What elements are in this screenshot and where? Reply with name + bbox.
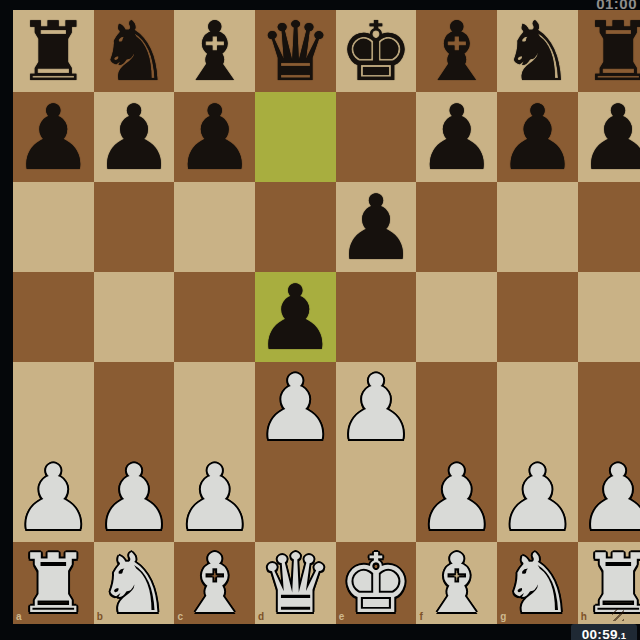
black-bishop-c8[interactable]: ♝ bbox=[178, 11, 252, 93]
square-f6[interactable] bbox=[416, 182, 497, 272]
white-knight-g1[interactable]: ♞ bbox=[501, 543, 575, 625]
square-g1[interactable]: g♞ bbox=[497, 542, 578, 624]
white-rook-a1[interactable]: ♜ bbox=[17, 543, 91, 625]
square-f7[interactable]: ♟ bbox=[416, 92, 497, 182]
chess-board: ♜♞♝♛♚♝♞8♜♟♟♟♟♟7♟♟6♟5♟♟43♟♟♟♟♟2♟a♜b♞c♝d♛e… bbox=[13, 10, 625, 622]
square-a2[interactable]: ♟ bbox=[13, 452, 94, 542]
square-e5[interactable] bbox=[336, 272, 417, 362]
square-e1[interactable]: e♚ bbox=[336, 542, 417, 624]
square-e4[interactable]: ♟ bbox=[336, 362, 417, 452]
black-knight-b8[interactable]: ♞ bbox=[97, 11, 171, 93]
square-h5[interactable]: 5 bbox=[578, 272, 640, 362]
square-f8[interactable]: ♝ bbox=[416, 10, 497, 92]
clock-white: 00:59.1 bbox=[571, 624, 637, 640]
board-resize-handle-icon[interactable] bbox=[612, 609, 624, 621]
square-g4[interactable] bbox=[497, 362, 578, 452]
square-e2[interactable] bbox=[336, 452, 417, 542]
square-d6[interactable] bbox=[255, 182, 336, 272]
square-c6[interactable] bbox=[174, 182, 255, 272]
white-rook-h1[interactable]: ♜ bbox=[581, 543, 640, 625]
square-e6[interactable]: ♟ bbox=[336, 182, 417, 272]
black-rook-a8[interactable]: ♜ bbox=[17, 11, 91, 93]
square-c5[interactable] bbox=[174, 272, 255, 362]
square-a8[interactable]: ♜ bbox=[13, 10, 94, 92]
square-f2[interactable]: ♟ bbox=[416, 452, 497, 542]
square-c4[interactable] bbox=[174, 362, 255, 452]
square-a6[interactable] bbox=[13, 182, 94, 272]
game-screen: 01:00 ♜♞♝♛♚♝♞8♜♟♟♟♟♟7♟♟6♟5♟♟43♟♟♟♟♟2♟a♜b… bbox=[0, 0, 640, 640]
square-d8[interactable]: ♛ bbox=[255, 10, 336, 92]
black-rook-h8[interactable]: ♜ bbox=[581, 11, 640, 93]
black-pawn-f7[interactable]: ♟ bbox=[416, 93, 497, 183]
square-e7[interactable] bbox=[336, 92, 417, 182]
black-king-e8[interactable]: ♚ bbox=[339, 11, 413, 93]
square-f5[interactable] bbox=[416, 272, 497, 362]
square-h7[interactable]: 7♟ bbox=[578, 92, 640, 182]
square-b1[interactable]: b♞ bbox=[94, 542, 175, 624]
black-pawn-h7[interactable]: ♟ bbox=[578, 93, 640, 183]
square-c2[interactable]: ♟ bbox=[174, 452, 255, 542]
clock-white-tenths: .1 bbox=[618, 630, 627, 640]
white-knight-b1[interactable]: ♞ bbox=[97, 543, 171, 625]
square-g2[interactable]: ♟ bbox=[497, 452, 578, 542]
square-f4[interactable] bbox=[416, 362, 497, 452]
square-e8[interactable]: ♚ bbox=[336, 10, 417, 92]
black-queen-d8[interactable]: ♛ bbox=[259, 11, 333, 93]
black-pawn-c7[interactable]: ♟ bbox=[174, 93, 255, 183]
square-h4[interactable]: 4 bbox=[578, 362, 640, 452]
square-h2[interactable]: 2♟ bbox=[578, 452, 640, 542]
white-pawn-h2[interactable]: ♟ bbox=[578, 453, 640, 543]
white-pawn-c2[interactable]: ♟ bbox=[174, 453, 255, 543]
square-a5[interactable] bbox=[13, 272, 94, 362]
white-queen-d1[interactable]: ♛ bbox=[259, 543, 333, 625]
square-a4[interactable] bbox=[13, 362, 94, 452]
square-b5[interactable] bbox=[94, 272, 175, 362]
square-a7[interactable]: ♟ bbox=[13, 92, 94, 182]
square-d2[interactable] bbox=[255, 452, 336, 542]
black-pawn-e6[interactable]: ♟ bbox=[336, 183, 417, 273]
square-d1[interactable]: d♛ bbox=[255, 542, 336, 624]
clock-white-main: 00:59 bbox=[582, 627, 618, 640]
black-pawn-a7[interactable]: ♟ bbox=[13, 93, 94, 183]
square-c1[interactable]: c♝ bbox=[174, 542, 255, 624]
white-pawn-d4[interactable]: ♟ bbox=[255, 363, 336, 453]
white-pawn-b2[interactable]: ♟ bbox=[94, 453, 175, 543]
black-pawn-d5[interactable]: ♟ bbox=[255, 273, 336, 363]
square-b8[interactable]: ♞ bbox=[94, 10, 175, 92]
square-h6[interactable]: 6 bbox=[578, 182, 640, 272]
square-d7[interactable] bbox=[255, 92, 336, 182]
square-f1[interactable]: f♝ bbox=[416, 542, 497, 624]
square-a1[interactable]: a♜ bbox=[13, 542, 94, 624]
black-bishop-f8[interactable]: ♝ bbox=[420, 11, 494, 93]
square-d5[interactable]: ♟ bbox=[255, 272, 336, 362]
white-pawn-g2[interactable]: ♟ bbox=[497, 453, 578, 543]
black-knight-g8[interactable]: ♞ bbox=[501, 11, 575, 93]
white-king-e1[interactable]: ♚ bbox=[339, 543, 413, 625]
square-b4[interactable] bbox=[94, 362, 175, 452]
square-g8[interactable]: ♞ bbox=[497, 10, 578, 92]
white-pawn-a2[interactable]: ♟ bbox=[13, 453, 94, 543]
square-b6[interactable] bbox=[94, 182, 175, 272]
white-pawn-e4[interactable]: ♟ bbox=[336, 363, 417, 453]
square-b7[interactable]: ♟ bbox=[94, 92, 175, 182]
white-bishop-f1[interactable]: ♝ bbox=[420, 543, 494, 625]
black-pawn-b7[interactable]: ♟ bbox=[94, 93, 175, 183]
white-bishop-c1[interactable]: ♝ bbox=[178, 543, 252, 625]
square-g5[interactable] bbox=[497, 272, 578, 362]
square-g6[interactable] bbox=[497, 182, 578, 272]
square-d4[interactable]: ♟ bbox=[255, 362, 336, 452]
black-pawn-g7[interactable]: ♟ bbox=[497, 93, 578, 183]
square-h8[interactable]: 8♜ bbox=[578, 10, 640, 92]
square-c7[interactable]: ♟ bbox=[174, 92, 255, 182]
square-b2[interactable]: ♟ bbox=[94, 452, 175, 542]
white-pawn-f2[interactable]: ♟ bbox=[416, 453, 497, 543]
square-h1[interactable]: 1h♜ bbox=[578, 542, 640, 624]
square-c8[interactable]: ♝ bbox=[174, 10, 255, 92]
square-g7[interactable]: ♟ bbox=[497, 92, 578, 182]
